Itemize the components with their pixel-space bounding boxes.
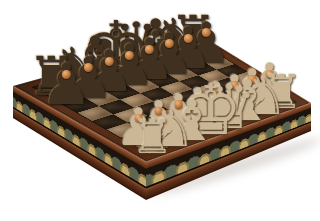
product-photo-chess-set: ♜♞♝♛♚♝♞♜♟♟♟♟♟♟♟♟♟♟♟♟♟♟♟♟♜♞♝♛♚♝♞♜ bbox=[0, 0, 320, 221]
